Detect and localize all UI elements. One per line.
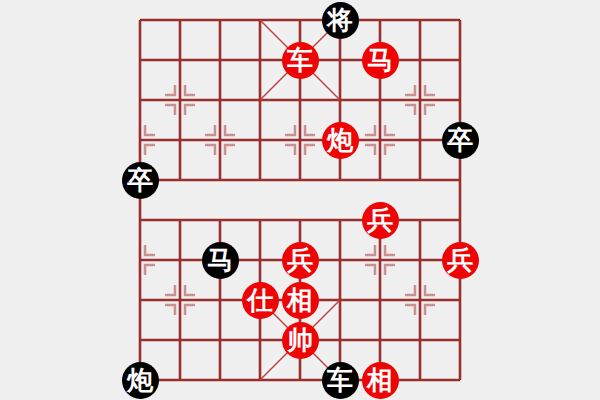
- black-soldier[interactable]: 卒: [442, 122, 479, 159]
- black-general[interactable]: 将: [322, 2, 359, 39]
- black-soldier[interactable]: 卒: [122, 162, 159, 199]
- piece-layer: 将车马炮卒卒兵马兵兵仕相帅炮车相: [120, 0, 480, 400]
- red-chariot[interactable]: 车: [282, 42, 319, 79]
- xiangqi-app: 将车马炮卒卒兵马兵兵仕相帅炮车相: [0, 0, 600, 400]
- red-soldier[interactable]: 兵: [442, 242, 479, 279]
- red-general[interactable]: 帅: [282, 322, 319, 359]
- red-elephant[interactable]: 相: [362, 362, 399, 399]
- xiangqi-board[interactable]: 将车马炮卒卒兵马兵兵仕相帅炮车相: [0, 0, 600, 400]
- red-soldier[interactable]: 兵: [282, 242, 319, 279]
- red-elephant[interactable]: 相: [282, 282, 319, 319]
- red-soldier[interactable]: 兵: [362, 202, 399, 239]
- red-advisor[interactable]: 仕: [242, 282, 279, 319]
- red-horse[interactable]: 马: [362, 42, 399, 79]
- black-cannon[interactable]: 炮: [122, 362, 159, 399]
- black-horse[interactable]: 马: [202, 242, 239, 279]
- red-cannon[interactable]: 炮: [322, 122, 359, 159]
- black-chariot[interactable]: 车: [322, 362, 359, 399]
